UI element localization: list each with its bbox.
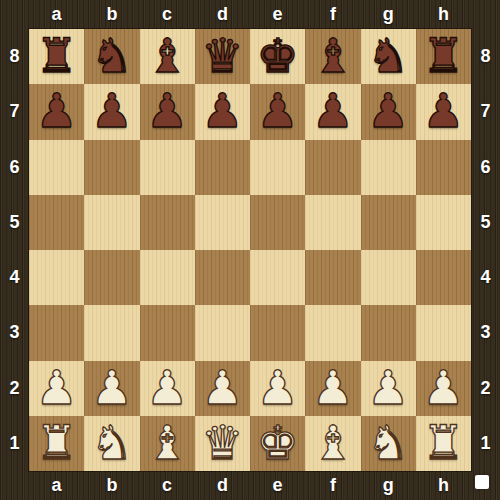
piece-white-pawn[interactable]: ♟	[312, 364, 354, 411]
file-label-bottom-b: b	[84, 471, 139, 500]
square-d2[interactable]: ♟	[195, 361, 250, 416]
piece-white-pawn[interactable]: ♟	[36, 364, 78, 411]
square-f3[interactable]	[305, 305, 360, 360]
file-label-bottom-a: a	[29, 471, 84, 500]
square-f6[interactable]	[305, 140, 360, 195]
rank-label-right-1: 1	[471, 416, 500, 471]
square-d5[interactable]	[195, 195, 250, 250]
file-label-top-h: h	[416, 0, 471, 29]
square-a7[interactable]: ♟	[29, 84, 84, 139]
piece-black-pawn[interactable]: ♟	[146, 87, 188, 134]
piece-black-pawn[interactable]: ♟	[422, 87, 464, 134]
square-g5[interactable]	[361, 195, 416, 250]
rank-label-right-4: 4	[471, 250, 500, 305]
piece-black-bishop[interactable]: ♝	[312, 32, 354, 79]
file-label-bottom-e: e	[250, 471, 305, 500]
rank-label-right-7: 7	[471, 84, 500, 139]
file-label-bottom-d: d	[195, 471, 250, 500]
square-c6[interactable]	[140, 140, 195, 195]
piece-white-rook[interactable]: ♜	[422, 419, 464, 466]
rank-label-right-5: 5	[471, 195, 500, 250]
file-label-bottom-h: h	[416, 471, 471, 500]
piece-white-queen[interactable]: ♛	[201, 419, 243, 466]
piece-white-knight[interactable]: ♞	[91, 419, 133, 466]
rank-label-left-8: 8	[0, 29, 29, 84]
square-c8[interactable]: ♝	[140, 29, 195, 84]
square-e1[interactable]: ♚	[250, 416, 305, 471]
square-e2[interactable]: ♟	[250, 361, 305, 416]
square-h8[interactable]: ♜	[416, 29, 471, 84]
piece-black-king[interactable]: ♚	[257, 32, 299, 79]
piece-white-pawn[interactable]: ♟	[257, 364, 299, 411]
square-e4[interactable]	[250, 250, 305, 305]
square-f8[interactable]: ♝	[305, 29, 360, 84]
piece-black-pawn[interactable]: ♟	[312, 87, 354, 134]
rank-label-right-8: 8	[471, 29, 500, 84]
piece-black-bishop[interactable]: ♝	[146, 32, 188, 79]
square-d6[interactable]	[195, 140, 250, 195]
square-d1[interactable]: ♛	[195, 416, 250, 471]
square-c4[interactable]	[140, 250, 195, 305]
piece-black-queen[interactable]: ♛	[201, 32, 243, 79]
square-h3[interactable]	[416, 305, 471, 360]
square-a5[interactable]	[29, 195, 84, 250]
square-a3[interactable]	[29, 305, 84, 360]
square-b2[interactable]: ♟	[84, 361, 139, 416]
square-f2[interactable]: ♟	[305, 361, 360, 416]
rank-label-left-3: 3	[0, 305, 29, 360]
square-g2[interactable]: ♟	[361, 361, 416, 416]
square-g3[interactable]	[361, 305, 416, 360]
rank-label-right-3: 3	[471, 305, 500, 360]
square-f5[interactable]	[305, 195, 360, 250]
piece-white-pawn[interactable]: ♟	[422, 364, 464, 411]
piece-black-knight[interactable]: ♞	[91, 32, 133, 79]
piece-black-pawn[interactable]: ♟	[367, 87, 409, 134]
square-a4[interactable]	[29, 250, 84, 305]
rank-label-left-6: 6	[0, 140, 29, 195]
square-e5[interactable]	[250, 195, 305, 250]
piece-white-bishop[interactable]: ♝	[312, 419, 354, 466]
square-g8[interactable]: ♞	[361, 29, 416, 84]
piece-black-pawn[interactable]: ♟	[257, 87, 299, 134]
file-labels-bottom: abcdefgh	[29, 471, 471, 500]
chess-app: ♜♞♝♛♚♝♞♜♟♟♟♟♟♟♟♟♟♟♟♟♟♟♟♟♜♞♝♛♚♝♞♜ abcdefg…	[0, 0, 500, 500]
corner-marker-button[interactable]	[475, 475, 489, 489]
chess-board[interactable]: ♜♞♝♛♚♝♞♜♟♟♟♟♟♟♟♟♟♟♟♟♟♟♟♟♜♞♝♛♚♝♞♜	[29, 29, 471, 471]
square-g4[interactable]	[361, 250, 416, 305]
square-h6[interactable]	[416, 140, 471, 195]
square-h4[interactable]	[416, 250, 471, 305]
piece-white-king[interactable]: ♚	[257, 419, 299, 466]
square-c5[interactable]	[140, 195, 195, 250]
square-f7[interactable]: ♟	[305, 84, 360, 139]
square-e7[interactable]: ♟	[250, 84, 305, 139]
square-d3[interactable]	[195, 305, 250, 360]
rank-label-left-2: 2	[0, 361, 29, 416]
square-e3[interactable]	[250, 305, 305, 360]
rank-label-left-5: 5	[0, 195, 29, 250]
rank-label-left-1: 1	[0, 416, 29, 471]
file-label-top-g: g	[361, 0, 416, 29]
rank-labels-left: 87654321	[0, 29, 29, 471]
rank-label-right-6: 6	[471, 140, 500, 195]
square-a6[interactable]	[29, 140, 84, 195]
piece-black-rook[interactable]: ♜	[36, 32, 78, 79]
file-label-top-f: f	[305, 0, 360, 29]
piece-white-knight[interactable]: ♞	[367, 419, 409, 466]
file-labels-top: abcdefgh	[29, 0, 471, 29]
piece-white-rook[interactable]: ♜	[36, 419, 78, 466]
square-b5[interactable]	[84, 195, 139, 250]
piece-white-bishop[interactable]: ♝	[146, 419, 188, 466]
rank-label-right-2: 2	[471, 361, 500, 416]
square-a1[interactable]: ♜	[29, 416, 84, 471]
square-h5[interactable]	[416, 195, 471, 250]
rank-labels-right: 87654321	[471, 29, 500, 471]
square-b1[interactable]: ♞	[84, 416, 139, 471]
piece-white-pawn[interactable]: ♟	[201, 364, 243, 411]
square-g1[interactable]: ♞	[361, 416, 416, 471]
square-c1[interactable]: ♝	[140, 416, 195, 471]
square-h2[interactable]: ♟	[416, 361, 471, 416]
square-e8[interactable]: ♚	[250, 29, 305, 84]
square-b7[interactable]: ♟	[84, 84, 139, 139]
square-d4[interactable]	[195, 250, 250, 305]
piece-white-pawn[interactable]: ♟	[367, 364, 409, 411]
file-label-top-b: b	[84, 0, 139, 29]
square-f1[interactable]: ♝	[305, 416, 360, 471]
piece-black-rook[interactable]: ♜	[422, 32, 464, 79]
piece-black-pawn[interactable]: ♟	[36, 87, 78, 134]
file-label-bottom-g: g	[361, 471, 416, 500]
square-b4[interactable]	[84, 250, 139, 305]
square-h1[interactable]: ♜	[416, 416, 471, 471]
piece-black-pawn[interactable]: ♟	[91, 87, 133, 134]
square-d8[interactable]: ♛	[195, 29, 250, 84]
square-c2[interactable]: ♟	[140, 361, 195, 416]
square-e6[interactable]	[250, 140, 305, 195]
square-c7[interactable]: ♟	[140, 84, 195, 139]
file-label-bottom-f: f	[305, 471, 360, 500]
square-d7[interactable]: ♟	[195, 84, 250, 139]
file-label-top-d: d	[195, 0, 250, 29]
file-label-top-c: c	[140, 0, 195, 29]
piece-white-pawn[interactable]: ♟	[91, 364, 133, 411]
square-b8[interactable]: ♞	[84, 29, 139, 84]
file-label-bottom-c: c	[140, 471, 195, 500]
rank-label-left-7: 7	[0, 84, 29, 139]
square-a8[interactable]: ♜	[29, 29, 84, 84]
rank-label-left-4: 4	[0, 250, 29, 305]
file-label-top-e: e	[250, 0, 305, 29]
square-b6[interactable]	[84, 140, 139, 195]
square-b3[interactable]	[84, 305, 139, 360]
piece-black-pawn[interactable]: ♟	[201, 87, 243, 134]
piece-black-knight[interactable]: ♞	[367, 32, 409, 79]
square-g6[interactable]	[361, 140, 416, 195]
square-h7[interactable]: ♟	[416, 84, 471, 139]
square-c3[interactable]	[140, 305, 195, 360]
file-label-top-a: a	[29, 0, 84, 29]
square-g7[interactable]: ♟	[361, 84, 416, 139]
square-a2[interactable]: ♟	[29, 361, 84, 416]
piece-white-pawn[interactable]: ♟	[146, 364, 188, 411]
square-f4[interactable]	[305, 250, 360, 305]
